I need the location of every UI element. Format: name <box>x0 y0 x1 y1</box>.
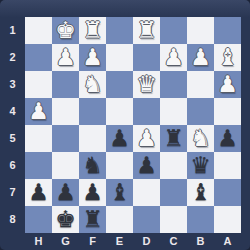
square-c4[interactable] <box>160 98 187 125</box>
piece-white-pawn: ♟ <box>217 71 238 98</box>
square-d6[interactable]: ♟ <box>133 152 160 179</box>
square-e4[interactable] <box>106 98 133 125</box>
square-a5[interactable]: ♟ <box>214 125 241 152</box>
square-d1[interactable]: ♜ <box>133 17 160 44</box>
piece-black-pawn: ♟ <box>28 179 49 206</box>
piece-black-king: ♚ <box>55 206 76 233</box>
square-a8[interactable] <box>214 206 241 233</box>
piece-white-rook: ♜ <box>82 17 103 44</box>
piece-black-pawn: ♟ <box>109 125 130 152</box>
rank-label-3: 3 <box>0 71 25 98</box>
chess-board-frame: 12345678 ♚♜♜♟♟♟♟♝♞♛♟♟♟♟♜♞♟♞♟♛♟♟♟♝♝♚♜ HGF… <box>0 0 250 250</box>
square-g8[interactable]: ♚ <box>52 206 79 233</box>
square-b4[interactable] <box>187 98 214 125</box>
square-e8[interactable] <box>106 206 133 233</box>
square-b2[interactable]: ♟ <box>187 44 214 71</box>
square-h4[interactable]: ♟ <box>25 98 52 125</box>
square-d2[interactable] <box>133 44 160 71</box>
square-f5[interactable] <box>79 125 106 152</box>
square-b3[interactable] <box>187 71 214 98</box>
piece-white-pawn: ♟ <box>136 125 157 152</box>
square-d7[interactable] <box>133 179 160 206</box>
square-f3[interactable]: ♞ <box>79 71 106 98</box>
square-e2[interactable] <box>106 44 133 71</box>
piece-white-pawn: ♟ <box>190 44 211 71</box>
square-c6[interactable] <box>160 152 187 179</box>
square-b6[interactable]: ♛ <box>187 152 214 179</box>
piece-black-queen: ♛ <box>190 152 211 179</box>
piece-black-bishop: ♝ <box>190 179 211 206</box>
piece-white-king: ♚ <box>55 17 76 44</box>
piece-white-bishop: ♝ <box>217 44 238 71</box>
rank-label-1: 1 <box>0 17 25 44</box>
square-c7[interactable] <box>160 179 187 206</box>
square-c1[interactable] <box>160 17 187 44</box>
square-e5[interactable]: ♟ <box>106 125 133 152</box>
square-h5[interactable] <box>25 125 52 152</box>
file-label-a: A <box>214 233 241 250</box>
square-e3[interactable] <box>106 71 133 98</box>
piece-white-pawn: ♟ <box>82 44 103 71</box>
square-a3[interactable]: ♟ <box>214 71 241 98</box>
square-c3[interactable] <box>160 71 187 98</box>
file-label-c: C <box>160 233 187 250</box>
piece-black-bishop: ♝ <box>109 179 130 206</box>
square-h1[interactable] <box>25 17 52 44</box>
rank-label-2: 2 <box>0 44 25 71</box>
file-label-f: F <box>79 233 106 250</box>
square-c8[interactable] <box>160 206 187 233</box>
piece-white-pawn: ♟ <box>28 98 49 125</box>
piece-black-rook: ♜ <box>163 125 184 152</box>
square-h8[interactable] <box>25 206 52 233</box>
square-g6[interactable] <box>52 152 79 179</box>
square-d3[interactable]: ♛ <box>133 71 160 98</box>
square-h3[interactable] <box>25 71 52 98</box>
rank-label-5: 5 <box>0 125 25 152</box>
square-b8[interactable] <box>187 206 214 233</box>
square-f6[interactable]: ♞ <box>79 152 106 179</box>
square-e6[interactable] <box>106 152 133 179</box>
square-c5[interactable]: ♜ <box>160 125 187 152</box>
piece-white-rook: ♜ <box>136 17 157 44</box>
square-g2[interactable]: ♟ <box>52 44 79 71</box>
square-d5[interactable]: ♟ <box>133 125 160 152</box>
square-a7[interactable] <box>214 179 241 206</box>
square-c2[interactable]: ♟ <box>160 44 187 71</box>
file-label-d: D <box>133 233 160 250</box>
square-h7[interactable]: ♟ <box>25 179 52 206</box>
file-label-e: E <box>106 233 133 250</box>
piece-white-knight: ♞ <box>190 125 211 152</box>
square-f7[interactable]: ♟ <box>79 179 106 206</box>
rank-label-8: 8 <box>0 206 25 233</box>
square-a6[interactable] <box>214 152 241 179</box>
square-e7[interactable]: ♝ <box>106 179 133 206</box>
square-f2[interactable]: ♟ <box>79 44 106 71</box>
rank-label-4: 4 <box>0 98 25 125</box>
piece-white-queen: ♛ <box>136 71 157 98</box>
square-a1[interactable] <box>214 17 241 44</box>
square-g1[interactable]: ♚ <box>52 17 79 44</box>
square-f1[interactable]: ♜ <box>79 17 106 44</box>
piece-black-rook: ♜ <box>82 206 103 233</box>
rank-labels: 12345678 <box>0 17 25 233</box>
piece-black-pawn: ♟ <box>136 152 157 179</box>
piece-white-knight: ♞ <box>82 71 103 98</box>
square-f8[interactable]: ♜ <box>79 206 106 233</box>
rank-label-6: 6 <box>0 152 25 179</box>
square-h6[interactable] <box>25 152 52 179</box>
square-b5[interactable]: ♞ <box>187 125 214 152</box>
file-labels: HGFEDCBA <box>25 233 241 250</box>
piece-black-pawn: ♟ <box>217 125 238 152</box>
file-label-g: G <box>52 233 79 250</box>
square-f4[interactable] <box>79 98 106 125</box>
piece-black-pawn: ♟ <box>82 179 103 206</box>
square-b1[interactable] <box>187 17 214 44</box>
file-label-b: B <box>187 233 214 250</box>
square-g5[interactable] <box>52 125 79 152</box>
square-a2[interactable]: ♝ <box>214 44 241 71</box>
square-d8[interactable] <box>133 206 160 233</box>
file-label-h: H <box>25 233 52 250</box>
rank-label-7: 7 <box>0 179 25 206</box>
square-e1[interactable] <box>106 17 133 44</box>
square-a4[interactable] <box>214 98 241 125</box>
piece-white-pawn: ♟ <box>163 44 184 71</box>
square-g3[interactable] <box>52 71 79 98</box>
square-g4[interactable] <box>52 98 79 125</box>
square-d4[interactable] <box>133 98 160 125</box>
square-b7[interactable]: ♝ <box>187 179 214 206</box>
piece-white-pawn: ♟ <box>55 44 76 71</box>
piece-black-pawn: ♟ <box>55 179 76 206</box>
square-g7[interactable]: ♟ <box>52 179 79 206</box>
chess-board: ♚♜♜♟♟♟♟♝♞♛♟♟♟♟♜♞♟♞♟♛♟♟♟♝♝♚♜ <box>25 17 241 233</box>
square-h2[interactable] <box>25 44 52 71</box>
piece-black-knight: ♞ <box>82 152 103 179</box>
